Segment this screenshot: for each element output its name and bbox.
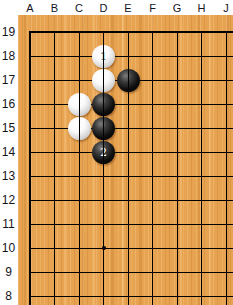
white-stone-C15 xyxy=(68,117,91,140)
board-intersection-D13[interactable] xyxy=(91,164,116,188)
board-intersection-J9[interactable] xyxy=(214,260,233,284)
board-intersection-A18[interactable] xyxy=(18,44,43,68)
board-intersection-F16[interactable] xyxy=(140,92,165,116)
row-labels: 1918171615141312111098 xyxy=(0,20,17,305)
board-intersection-B10[interactable] xyxy=(42,236,67,260)
board-intersection-G9[interactable] xyxy=(165,260,190,284)
board-intersection-E16[interactable] xyxy=(116,92,141,116)
row-label-18: 18 xyxy=(0,44,17,68)
board-intersection-D18[interactable]: 1 xyxy=(91,44,116,68)
board-intersection-J12[interactable] xyxy=(214,188,233,212)
board-intersection-A10[interactable] xyxy=(18,236,43,260)
board-intersection-H18[interactable] xyxy=(189,44,214,68)
board-intersection-J18[interactable] xyxy=(214,44,233,68)
board-intersection-B12[interactable] xyxy=(42,188,67,212)
board-intersection-D16[interactable] xyxy=(91,92,116,116)
board-intersection-H14[interactable] xyxy=(189,140,214,164)
board-intersection-E17[interactable] xyxy=(116,68,141,92)
board-intersection-F11[interactable] xyxy=(140,212,165,236)
black-stone-D16 xyxy=(92,93,115,116)
board-intersection-E10[interactable] xyxy=(116,236,141,260)
column-label-B: B xyxy=(42,0,67,15)
board-intersection-J8[interactable] xyxy=(214,284,233,305)
column-label-H: H xyxy=(189,0,214,15)
white-stone-D17 xyxy=(92,69,115,92)
board-intersection-H17[interactable] xyxy=(189,68,214,92)
board-intersection-H19[interactable] xyxy=(189,20,214,44)
board-intersection-B8[interactable] xyxy=(42,284,67,305)
board-intersection-E14[interactable] xyxy=(116,140,141,164)
board-intersection-J13[interactable] xyxy=(214,164,233,188)
board-intersection-C8[interactable] xyxy=(67,284,92,305)
board-intersection-J11[interactable] xyxy=(214,212,233,236)
board-intersection-B15[interactable] xyxy=(42,116,67,140)
black-stone-D14: 2 xyxy=(92,141,115,164)
board-intersection-G17[interactable] xyxy=(165,68,190,92)
board-intersection-B19[interactable] xyxy=(42,20,67,44)
board-intersection-G16[interactable] xyxy=(165,92,190,116)
board-intersection-H10[interactable] xyxy=(189,236,214,260)
column-labels: ABCDEFGHJ xyxy=(18,0,233,15)
board-intersection-F12[interactable] xyxy=(140,188,165,212)
row-label-13: 13 xyxy=(0,164,17,188)
board-intersection-E19[interactable] xyxy=(116,20,141,44)
board-intersection-J19[interactable] xyxy=(214,20,233,44)
board-intersection-C16[interactable] xyxy=(67,92,92,116)
board-intersection-C17[interactable] xyxy=(67,68,92,92)
white-stone-C16 xyxy=(68,93,91,116)
board-intersection-J14[interactable] xyxy=(214,140,233,164)
board-intersection-E8[interactable] xyxy=(116,284,141,305)
row-label-17: 17 xyxy=(0,68,17,92)
board-intersection-H15[interactable] xyxy=(189,116,214,140)
board-intersection-E12[interactable] xyxy=(116,188,141,212)
board-intersection-C13[interactable] xyxy=(67,164,92,188)
column-label-C: C xyxy=(67,0,92,15)
board-intersection-H12[interactable] xyxy=(189,188,214,212)
row-label-12: 12 xyxy=(0,188,17,212)
board-intersection-A17[interactable] xyxy=(18,68,43,92)
board-intersection-B11[interactable] xyxy=(42,212,67,236)
board-intersection-H9[interactable] xyxy=(189,260,214,284)
row-label-10: 10 xyxy=(0,236,17,260)
board-intersection-F8[interactable] xyxy=(140,284,165,305)
row-label-8: 8 xyxy=(0,284,17,305)
board-intersection-B14[interactable] xyxy=(42,140,67,164)
board-intersection-G18[interactable] xyxy=(165,44,190,68)
board-intersection-E11[interactable] xyxy=(116,212,141,236)
white-stone-D18: 1 xyxy=(92,45,115,68)
board-intersection-J10[interactable] xyxy=(214,236,233,260)
column-label-F: F xyxy=(140,0,165,15)
board-intersection-B13[interactable] xyxy=(42,164,67,188)
board-intersection-D17[interactable] xyxy=(91,68,116,92)
column-label-G: G xyxy=(165,0,190,15)
board-intersection-A8[interactable] xyxy=(18,284,43,305)
board-intersection-C10[interactable] xyxy=(67,236,92,260)
row-label-14: 14 xyxy=(0,140,17,164)
board-intersection-F15[interactable] xyxy=(140,116,165,140)
board-intersection-D12[interactable] xyxy=(91,188,116,212)
row-label-9: 9 xyxy=(0,260,17,284)
board-intersection-G12[interactable] xyxy=(165,188,190,212)
board-intersection-A13[interactable] xyxy=(18,164,43,188)
board-intersection-E13[interactable] xyxy=(116,164,141,188)
board-intersection-F14[interactable] xyxy=(140,140,165,164)
column-label-D: D xyxy=(91,0,116,15)
board-intersection-G19[interactable] xyxy=(165,20,190,44)
board-intersection-J15[interactable] xyxy=(214,116,233,140)
board-intersection-J16[interactable] xyxy=(214,92,233,116)
board-intersection-C9[interactable] xyxy=(67,260,92,284)
move-number-label: 1 xyxy=(100,51,107,62)
board-intersection-D19[interactable] xyxy=(91,20,116,44)
board-intersection-F9[interactable] xyxy=(140,260,165,284)
column-label-E: E xyxy=(116,0,141,15)
board-intersection-D9[interactable] xyxy=(91,260,116,284)
board-intersection-H8[interactable] xyxy=(189,284,214,305)
star-point-D10 xyxy=(102,246,106,250)
board-intersection-F10[interactable] xyxy=(140,236,165,260)
move-number-label: 2 xyxy=(100,147,107,158)
board-intersection-E15[interactable] xyxy=(116,116,141,140)
board-intersection-C15[interactable] xyxy=(67,116,92,140)
board-intersection-F13[interactable] xyxy=(140,164,165,188)
board-intersection-H11[interactable] xyxy=(189,212,214,236)
board-grid: 12 xyxy=(18,20,233,305)
board-intersection-G10[interactable] xyxy=(165,236,190,260)
black-stone-D15 xyxy=(92,117,115,140)
board-intersection-H13[interactable] xyxy=(189,164,214,188)
board-intersection-C14[interactable] xyxy=(67,140,92,164)
column-label-J: J xyxy=(214,0,233,15)
board-intersection-A11[interactable] xyxy=(18,212,43,236)
go-board-diagram: ABCDEFGHJ 1918171615141312111098 12 xyxy=(0,0,233,305)
board-intersection-D8[interactable] xyxy=(91,284,116,305)
board-intersection-H16[interactable] xyxy=(189,92,214,116)
board-intersection-C12[interactable] xyxy=(67,188,92,212)
board-intersection-D11[interactable] xyxy=(91,212,116,236)
board-intersection-A15[interactable] xyxy=(18,116,43,140)
board-intersection-A9[interactable] xyxy=(18,260,43,284)
board-intersection-D14[interactable]: 2 xyxy=(91,140,116,164)
board-intersection-A16[interactable] xyxy=(18,92,43,116)
board-intersection-G15[interactable] xyxy=(165,116,190,140)
black-stone-E17 xyxy=(117,69,140,92)
board-intersection-C11[interactable] xyxy=(67,212,92,236)
board-intersection-B17[interactable] xyxy=(42,68,67,92)
board-intersection-F17[interactable] xyxy=(140,68,165,92)
column-label-A: A xyxy=(18,0,43,15)
board-intersection-B18[interactable] xyxy=(42,44,67,68)
board-intersection-G11[interactable] xyxy=(165,212,190,236)
board-intersection-D15[interactable] xyxy=(91,116,116,140)
board-intersection-G8[interactable] xyxy=(165,284,190,305)
board-intersection-E9[interactable] xyxy=(116,260,141,284)
board-intersection-J17[interactable] xyxy=(214,68,233,92)
board-intersection-G13[interactable] xyxy=(165,164,190,188)
board-intersection-A19[interactable] xyxy=(18,20,43,44)
board-intersection-A14[interactable] xyxy=(18,140,43,164)
board-intersection-F18[interactable] xyxy=(140,44,165,68)
row-label-15: 15 xyxy=(0,116,17,140)
board-intersection-F19[interactable] xyxy=(140,20,165,44)
board-intersection-A12[interactable] xyxy=(18,188,43,212)
board-intersection-E18[interactable] xyxy=(116,44,141,68)
row-label-19: 19 xyxy=(0,20,17,44)
board-intersection-C19[interactable] xyxy=(67,20,92,44)
board-intersection-B9[interactable] xyxy=(42,260,67,284)
row-label-16: 16 xyxy=(0,92,17,116)
board-intersection-C18[interactable] xyxy=(67,44,92,68)
board-intersection-D10[interactable] xyxy=(91,236,116,260)
row-label-11: 11 xyxy=(0,212,17,236)
board-intersection-G14[interactable] xyxy=(165,140,190,164)
board-intersection-B16[interactable] xyxy=(42,92,67,116)
